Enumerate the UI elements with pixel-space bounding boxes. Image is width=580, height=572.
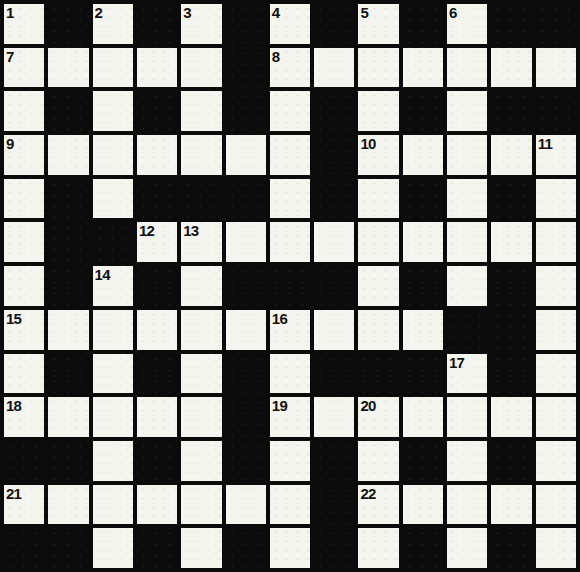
cell-r5-c5[interactable] <box>226 222 266 262</box>
cell-r7-c3[interactable] <box>137 310 177 350</box>
clue-number-6: 6 <box>449 4 457 21</box>
cell-r1-c2[interactable] <box>93 48 133 88</box>
cell-r7-c1[interactable] <box>48 310 88 350</box>
cell-r0-c6[interactable]: 4 <box>270 4 310 44</box>
cell-r4-c1-block <box>48 179 88 219</box>
cell-r4-c7-block <box>314 179 354 219</box>
cell-r2-c9-block <box>403 91 443 131</box>
cell-r0-c3-block <box>137 4 177 44</box>
cell-r8-c2[interactable] <box>93 354 133 394</box>
cell-r10-c8[interactable] <box>358 441 398 481</box>
crossword-board: 12345678910111213141516171819202122 <box>0 0 580 572</box>
cell-r1-c10[interactable] <box>447 48 487 88</box>
cell-r12-c9-block <box>403 528 443 568</box>
cell-r2-c7-block <box>314 91 354 131</box>
clue-number-19: 19 <box>272 397 287 414</box>
cell-r1-c6[interactable]: 8 <box>270 48 310 88</box>
cell-r10-c10[interactable] <box>447 441 487 481</box>
cell-r12-c8[interactable] <box>358 528 398 568</box>
cell-r3-c0[interactable]: 9 <box>4 135 44 175</box>
cell-r1-c9[interactable] <box>403 48 443 88</box>
cell-r3-c8[interactable]: 10 <box>358 135 398 175</box>
cell-r2-c6[interactable] <box>270 91 310 131</box>
cell-r4-c8[interactable] <box>358 179 398 219</box>
cell-r1-c12[interactable] <box>536 48 576 88</box>
cell-r3-c6[interactable] <box>270 135 310 175</box>
cell-r6-c9-block <box>403 266 443 306</box>
cell-r12-c5-block <box>226 528 266 568</box>
cell-r3-c1[interactable] <box>48 135 88 175</box>
cell-r8-c3-block <box>137 354 177 394</box>
cell-r3-c10[interactable] <box>447 135 487 175</box>
cell-r9-c11[interactable] <box>491 397 531 437</box>
cell-r10-c1-block <box>48 441 88 481</box>
cell-r5-c11[interactable] <box>491 222 531 262</box>
cell-r9-c3[interactable] <box>137 397 177 437</box>
cell-r3-c7-block <box>314 135 354 175</box>
cell-r1-c1[interactable] <box>48 48 88 88</box>
cell-r11-c4[interactable] <box>181 485 221 525</box>
cell-r11-c8[interactable]: 22 <box>358 485 398 525</box>
cell-r0-c12-block <box>536 4 576 44</box>
cell-r8-c6[interactable] <box>270 354 310 394</box>
cell-r7-c0[interactable]: 15 <box>4 310 44 350</box>
cell-r12-c7-block <box>314 528 354 568</box>
cell-r9-c8[interactable]: 20 <box>358 397 398 437</box>
cell-r10-c2[interactable] <box>93 441 133 481</box>
clue-number-8: 8 <box>272 48 280 65</box>
cell-r7-c11-block <box>491 310 531 350</box>
cell-r10-c7-block <box>314 441 354 481</box>
cell-r9-c4[interactable] <box>181 397 221 437</box>
cell-r1-c4[interactable] <box>181 48 221 88</box>
cell-r9-c9[interactable] <box>403 397 443 437</box>
cell-r12-c12[interactable] <box>536 528 576 568</box>
cell-r4-c3-block <box>137 179 177 219</box>
cell-r7-c2[interactable] <box>93 310 133 350</box>
cell-r12-c2[interactable] <box>93 528 133 568</box>
cell-r10-c3-block <box>137 441 177 481</box>
cell-r11-c5[interactable] <box>226 485 266 525</box>
cell-r8-c5-block <box>226 354 266 394</box>
cell-r10-c6[interactable] <box>270 441 310 481</box>
cell-r7-c7[interactable] <box>314 310 354 350</box>
clue-number-1: 1 <box>6 4 14 21</box>
cell-r7-c12[interactable] <box>536 310 576 350</box>
cell-r8-c7-block <box>314 354 354 394</box>
cell-r8-c9-block <box>403 354 443 394</box>
cell-r0-c10[interactable]: 6 <box>447 4 487 44</box>
clue-number-4: 4 <box>272 4 280 21</box>
cell-r5-c9[interactable] <box>403 222 443 262</box>
cell-r3-c4[interactable] <box>181 135 221 175</box>
cell-r0-c7-block <box>314 4 354 44</box>
clue-number-20: 20 <box>360 397 375 414</box>
cell-r12-c11-block <box>491 528 531 568</box>
cell-r7-c8[interactable] <box>358 310 398 350</box>
cell-r4-c5-block <box>226 179 266 219</box>
cell-r7-c5[interactable] <box>226 310 266 350</box>
cell-r6-c1-block <box>48 266 88 306</box>
cell-r8-c1-block <box>48 354 88 394</box>
cell-r2-c0[interactable] <box>4 91 44 131</box>
cell-r11-c7-block <box>314 485 354 525</box>
cell-r2-c5-block <box>226 91 266 131</box>
cell-r4-c4-block <box>181 179 221 219</box>
cell-r3-c2[interactable] <box>93 135 133 175</box>
cell-r3-c3[interactable] <box>137 135 177 175</box>
cell-r6-c2[interactable]: 14 <box>93 266 133 306</box>
cell-r4-c6[interactable] <box>270 179 310 219</box>
cell-r6-c0[interactable] <box>4 266 44 306</box>
cell-r9-c7[interactable] <box>314 397 354 437</box>
crossword-page: 12345678910111213141516171819202122 <box>0 0 580 572</box>
cell-r4-c12[interactable] <box>536 179 576 219</box>
cell-r0-c8[interactable]: 5 <box>358 4 398 44</box>
cell-r6-c5-block <box>226 266 266 306</box>
cell-r10-c0-block <box>4 441 44 481</box>
cell-r3-c5[interactable] <box>226 135 266 175</box>
cell-r7-c9[interactable] <box>403 310 443 350</box>
cell-r1-c0[interactable]: 7 <box>4 48 44 88</box>
cell-r6-c11-block <box>491 266 531 306</box>
cell-r5-c6[interactable] <box>270 222 310 262</box>
clue-number-9: 9 <box>6 135 14 152</box>
cell-r9-c12[interactable] <box>536 397 576 437</box>
cell-r12-c0-block <box>4 528 44 568</box>
cell-r4-c2[interactable] <box>93 179 133 219</box>
clue-number-17: 17 <box>449 354 464 371</box>
cell-r11-c11[interactable] <box>491 485 531 525</box>
cell-r2-c11-block <box>491 91 531 131</box>
cell-r6-c8[interactable] <box>358 266 398 306</box>
cell-r10-c5-block <box>226 441 266 481</box>
cell-r5-c7[interactable] <box>314 222 354 262</box>
cell-r11-c1[interactable] <box>48 485 88 525</box>
clue-number-13: 13 <box>183 222 198 239</box>
cell-r7-c6[interactable]: 16 <box>270 310 310 350</box>
cell-r5-c4[interactable]: 13 <box>181 222 221 262</box>
cell-r0-c2[interactable]: 2 <box>93 4 133 44</box>
cell-r8-c0[interactable] <box>4 354 44 394</box>
cell-r1-c3[interactable] <box>137 48 177 88</box>
cell-r8-c12[interactable] <box>536 354 576 394</box>
cell-r9-c2[interactable] <box>93 397 133 437</box>
cell-r2-c8[interactable] <box>358 91 398 131</box>
cell-r10-c12[interactable] <box>536 441 576 481</box>
cell-r12-c3-block <box>137 528 177 568</box>
clue-number-18: 18 <box>6 397 21 414</box>
cell-r11-c9[interactable] <box>403 485 443 525</box>
cell-r2-c2[interactable] <box>93 91 133 131</box>
cell-r5-c10[interactable] <box>447 222 487 262</box>
clue-number-3: 3 <box>183 4 191 21</box>
clue-number-21: 21 <box>6 485 21 502</box>
cell-r0-c11-block <box>491 4 531 44</box>
cell-r10-c11-block <box>491 441 531 481</box>
cell-r2-c4[interactable] <box>181 91 221 131</box>
clue-number-16: 16 <box>272 310 287 327</box>
clue-number-14: 14 <box>95 266 110 283</box>
cell-r11-c6[interactable] <box>270 485 310 525</box>
cell-r9-c10[interactable] <box>447 397 487 437</box>
cell-r12-c6[interactable] <box>270 528 310 568</box>
cell-r4-c0[interactable] <box>4 179 44 219</box>
cell-r11-c3[interactable] <box>137 485 177 525</box>
cell-r12-c10[interactable] <box>447 528 487 568</box>
cell-r10-c4[interactable] <box>181 441 221 481</box>
cell-r5-c3[interactable]: 12 <box>137 222 177 262</box>
cell-r11-c10[interactable] <box>447 485 487 525</box>
cell-r6-c4[interactable] <box>181 266 221 306</box>
cell-r0-c5-block <box>226 4 266 44</box>
cell-r5-c12[interactable] <box>536 222 576 262</box>
cell-r1-c7[interactable] <box>314 48 354 88</box>
clue-number-22: 22 <box>360 485 375 502</box>
cell-r3-c11[interactable] <box>491 135 531 175</box>
cell-r6-c6-block <box>270 266 310 306</box>
cell-r11-c2[interactable] <box>93 485 133 525</box>
cell-r8-c4[interactable] <box>181 354 221 394</box>
cell-r8-c11-block <box>491 354 531 394</box>
cell-r7-c4[interactable] <box>181 310 221 350</box>
cell-r8-c8-block <box>358 354 398 394</box>
cell-r11-c0[interactable]: 21 <box>4 485 44 525</box>
cell-r1-c5-block <box>226 48 266 88</box>
cell-r11-c12[interactable] <box>536 485 576 525</box>
cell-r0-c4[interactable]: 3 <box>181 4 221 44</box>
cell-r0-c0[interactable]: 1 <box>4 4 44 44</box>
cell-r6-c12[interactable] <box>536 266 576 306</box>
cell-r12-c4[interactable] <box>181 528 221 568</box>
cell-r9-c0[interactable]: 18 <box>4 397 44 437</box>
cell-r7-c10-block <box>447 310 487 350</box>
cell-r3-c12[interactable]: 11 <box>536 135 576 175</box>
cell-r2-c3-block <box>137 91 177 131</box>
cell-r2-c1-block <box>48 91 88 131</box>
clue-number-15: 15 <box>6 310 21 327</box>
cell-r9-c5-block <box>226 397 266 437</box>
cell-r2-c10[interactable] <box>447 91 487 131</box>
cell-r1-c8[interactable] <box>358 48 398 88</box>
cell-r5-c0[interactable] <box>4 222 44 262</box>
cell-r12-c1-block <box>48 528 88 568</box>
cell-r5-c2-block <box>93 222 133 262</box>
cell-r6-c3-block <box>137 266 177 306</box>
cell-r6-c7-block <box>314 266 354 306</box>
cell-r3-c9[interactable] <box>403 135 443 175</box>
clue-number-11: 11 <box>538 135 552 152</box>
cell-r0-c1-block <box>48 4 88 44</box>
cell-r5-c8[interactable] <box>358 222 398 262</box>
cell-r8-c10[interactable]: 17 <box>447 354 487 394</box>
clue-number-12: 12 <box>139 222 154 239</box>
clue-number-5: 5 <box>360 4 368 21</box>
cell-r10-c9-block <box>403 441 443 481</box>
clue-number-2: 2 <box>95 4 103 21</box>
cell-r4-c11-block <box>491 179 531 219</box>
cell-r1-c11[interactable] <box>491 48 531 88</box>
cell-r4-c9-block <box>403 179 443 219</box>
cell-r2-c12-block <box>536 91 576 131</box>
cell-r9-c6[interactable]: 19 <box>270 397 310 437</box>
clue-number-10: 10 <box>360 135 375 152</box>
cell-r4-c10[interactable] <box>447 179 487 219</box>
clue-number-7: 7 <box>6 48 14 65</box>
cell-r9-c1[interactable] <box>48 397 88 437</box>
cell-r6-c10[interactable] <box>447 266 487 306</box>
cell-r0-c9-block <box>403 4 443 44</box>
cell-r5-c1-block <box>48 222 88 262</box>
